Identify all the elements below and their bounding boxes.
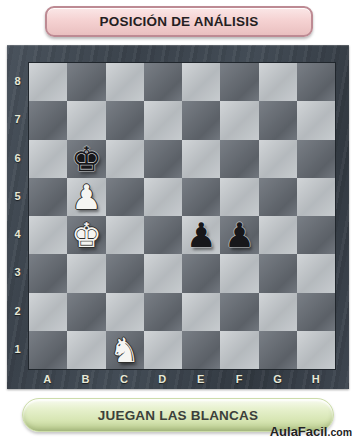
square-g5 <box>259 178 297 216</box>
square-h7 <box>297 101 335 139</box>
rank-label-7: 7 <box>7 100 28 138</box>
square-g1 <box>259 331 297 369</box>
brand-name: AulaFacil <box>270 424 328 439</box>
square-d7 <box>144 101 182 139</box>
file-label-g: G <box>258 369 296 388</box>
square-d3 <box>144 254 182 292</box>
file-labels: ABCDEFGH <box>28 369 335 388</box>
white-pawn-piece: ♟ <box>71 180 101 214</box>
file-label-h: H <box>297 369 335 388</box>
file-label-f: F <box>220 369 258 388</box>
square-e5 <box>182 178 220 216</box>
rank-label-4: 4 <box>7 215 28 253</box>
rank-label-3: 3 <box>7 253 28 291</box>
file-label-c: C <box>105 369 143 388</box>
black-king-piece: ♚ <box>71 142 101 176</box>
square-g8 <box>259 63 297 101</box>
square-a5 <box>29 178 67 216</box>
square-d1 <box>144 331 182 369</box>
square-a8 <box>29 63 67 101</box>
rank-label-5: 5 <box>7 177 28 215</box>
square-b1 <box>67 331 105 369</box>
square-b2 <box>67 293 105 331</box>
square-f2 <box>220 293 258 331</box>
rank-label-6: 6 <box>7 139 28 177</box>
square-c7 <box>106 101 144 139</box>
square-g4 <box>259 216 297 254</box>
square-e2 <box>182 293 220 331</box>
turn-caption: JUEGAN LAS BLANCAS <box>98 408 258 423</box>
square-e3 <box>182 254 220 292</box>
square-b5: ♟ <box>67 178 105 216</box>
black-pawn-piece: ♟ <box>186 218 216 252</box>
chess-board: 87654321 ♚♟♚♟♟♞ ABCDEFGH <box>7 45 349 389</box>
square-h6 <box>297 140 335 178</box>
rank-label-1: 1 <box>7 330 28 368</box>
square-h2 <box>297 293 335 331</box>
square-h1 <box>297 331 335 369</box>
square-e4: ♟ <box>182 216 220 254</box>
square-c1: ♞ <box>106 331 144 369</box>
file-label-d: D <box>143 369 181 388</box>
square-c3 <box>106 254 144 292</box>
square-d2 <box>144 293 182 331</box>
square-d5 <box>144 178 182 216</box>
square-h4 <box>297 216 335 254</box>
square-f3 <box>220 254 258 292</box>
white-king-piece: ♚ <box>71 218 101 252</box>
square-g6 <box>259 140 297 178</box>
square-a2 <box>29 293 67 331</box>
banner-title: POSICIÓN DE ANÁLISIS <box>100 14 259 29</box>
square-c4 <box>106 216 144 254</box>
square-c2 <box>106 293 144 331</box>
file-label-b: B <box>66 369 104 388</box>
file-label-e: E <box>182 369 220 388</box>
file-label-a: A <box>28 369 66 388</box>
square-a6 <box>29 140 67 178</box>
square-b6: ♚ <box>67 140 105 178</box>
square-a1 <box>29 331 67 369</box>
square-h8 <box>297 63 335 101</box>
square-e6 <box>182 140 220 178</box>
rank-labels: 87654321 <box>7 62 28 368</box>
square-g7 <box>259 101 297 139</box>
aulafacil-watermark: AulaFacil.com <box>270 424 352 439</box>
square-d4 <box>144 216 182 254</box>
brand-suffix: .com <box>327 426 352 438</box>
rank-label-8: 8 <box>7 62 28 100</box>
square-h5 <box>297 178 335 216</box>
square-b3 <box>67 254 105 292</box>
square-f6 <box>220 140 258 178</box>
square-b7 <box>67 101 105 139</box>
square-e1 <box>182 331 220 369</box>
square-f7 <box>220 101 258 139</box>
square-e7 <box>182 101 220 139</box>
square-a3 <box>29 254 67 292</box>
square-f5 <box>220 178 258 216</box>
square-g3 <box>259 254 297 292</box>
square-c6 <box>106 140 144 178</box>
square-f8 <box>220 63 258 101</box>
square-g2 <box>259 293 297 331</box>
black-pawn-piece: ♟ <box>224 218 254 252</box>
rank-label-2: 2 <box>7 292 28 330</box>
square-b8 <box>67 63 105 101</box>
square-c5 <box>106 178 144 216</box>
square-c8 <box>106 63 144 101</box>
square-d6 <box>144 140 182 178</box>
square-b4: ♚ <box>67 216 105 254</box>
square-f4: ♟ <box>220 216 258 254</box>
square-f1 <box>220 331 258 369</box>
white-knight-piece: ♞ <box>109 333 139 367</box>
board-grid: ♚♟♚♟♟♞ <box>28 62 336 370</box>
square-d8 <box>144 63 182 101</box>
square-a7 <box>29 101 67 139</box>
analysis-position-banner: POSICIÓN DE ANÁLISIS <box>45 6 313 37</box>
square-e8 <box>182 63 220 101</box>
square-h3 <box>297 254 335 292</box>
square-a4 <box>29 216 67 254</box>
